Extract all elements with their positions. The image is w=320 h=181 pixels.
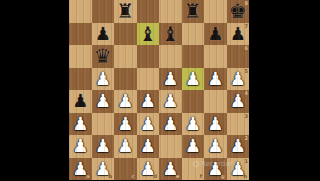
square-h1[interactable]: ♟1h — [227, 158, 250, 181]
square-e2[interactable] — [159, 135, 182, 158]
white-pawn-e3[interactable]: ♟ — [159, 113, 182, 136]
square-h2[interactable]: ♟2 — [227, 135, 250, 158]
square-g1[interactable]: ♟g — [204, 158, 227, 181]
square-d1[interactable]: ♟d — [137, 158, 160, 181]
square-g4[interactable] — [204, 90, 227, 113]
square-a4[interactable]: ♟ — [69, 90, 92, 113]
square-a7[interactable] — [69, 23, 92, 46]
white-pawn-a2[interactable]: ♟ — [69, 135, 92, 158]
white-pawn-d3[interactable]: ♟ — [137, 113, 160, 136]
white-pawn-c4[interactable]: ♟ — [114, 90, 137, 113]
square-b6[interactable]: ♛ — [92, 45, 115, 68]
square-e4[interactable]: ♟ — [159, 90, 182, 113]
square-f7[interactable] — [182, 23, 205, 46]
white-pawn-f5[interactable]: ♟ — [182, 68, 205, 91]
black-queen-b6[interactable]: ♛ — [92, 45, 115, 68]
white-pawn-b2[interactable]: ♟ — [92, 135, 115, 158]
square-c5[interactable] — [114, 68, 137, 91]
square-e1[interactable]: ♟e — [159, 158, 182, 181]
square-a3[interactable]: ♟ — [69, 113, 92, 136]
square-e7[interactable]: ♝ — [159, 23, 182, 46]
square-d6[interactable] — [137, 45, 160, 68]
square-h6[interactable]: 6 — [227, 45, 250, 68]
square-c7[interactable] — [114, 23, 137, 46]
square-g8[interactable] — [204, 0, 227, 23]
square-d3[interactable]: ♟ — [137, 113, 160, 136]
square-d2[interactable]: ♟ — [137, 135, 160, 158]
white-pawn-g1[interactable]: ♟ — [204, 158, 227, 181]
white-pawn-f2[interactable]: ♟ — [182, 135, 205, 158]
black-pawn-h7[interactable]: ♟ — [227, 23, 250, 46]
square-a6[interactable] — [69, 45, 92, 68]
square-b4[interactable]: ♟ — [92, 90, 115, 113]
square-b2[interactable]: ♟ — [92, 135, 115, 158]
square-c8[interactable]: ♜ — [114, 0, 137, 23]
square-f1[interactable]: f — [182, 158, 205, 181]
square-c6[interactable] — [114, 45, 137, 68]
file-label-c: c — [132, 174, 135, 179]
white-pawn-e4[interactable]: ♟ — [159, 90, 182, 113]
chess-board: ♜♜♚8♟♝♝♟♟7♛6♟♟♟♟♟5♟♟♟♟♟♟4♟♟♟♟♟♟3♟♟♟♟♟♟♟2… — [69, 0, 249, 180]
square-d4[interactable]: ♟ — [137, 90, 160, 113]
white-pawn-f3[interactable]: ♟ — [182, 113, 205, 136]
white-pawn-h2[interactable]: ♟ — [227, 135, 250, 158]
black-pawn-a4[interactable]: ♟ — [69, 90, 92, 113]
file-label-f: f — [200, 174, 202, 179]
left-black-bar — [0, 0, 69, 180]
white-pawn-b4[interactable]: ♟ — [92, 90, 115, 113]
white-pawn-h5[interactable]: ♟ — [227, 68, 250, 91]
white-pawn-g5[interactable]: ♟ — [204, 68, 227, 91]
square-c4[interactable]: ♟ — [114, 90, 137, 113]
black-bishop-e7[interactable]: ♝ — [159, 23, 182, 46]
black-pawn-b7[interactable]: ♟ — [92, 23, 115, 46]
square-g7[interactable]: ♟ — [204, 23, 227, 46]
video-frame: ♜♜♚8♟♝♝♟♟7♛6♟♟♟♟♟5♟♟♟♟♟♟4♟♟♟♟♟♟3♟♟♟♟♟♟♟2… — [0, 0, 320, 180]
square-h3[interactable]: 3 — [227, 113, 250, 136]
square-g5[interactable]: ♟ — [204, 68, 227, 91]
square-a1[interactable]: ♟a — [69, 158, 92, 181]
white-pawn-g3[interactable]: ♟ — [204, 113, 227, 136]
black-rook-c8[interactable]: ♜ — [114, 0, 137, 23]
white-pawn-h1[interactable]: ♟ — [227, 158, 250, 181]
square-c2[interactable]: ♟ — [114, 135, 137, 158]
square-f4[interactable] — [182, 90, 205, 113]
square-d5[interactable] — [137, 68, 160, 91]
white-pawn-e1[interactable]: ♟ — [159, 158, 182, 181]
square-b3[interactable] — [92, 113, 115, 136]
square-b5[interactable]: ♟ — [92, 68, 115, 91]
square-e5[interactable]: ♟ — [159, 68, 182, 91]
square-a2[interactable]: ♟ — [69, 135, 92, 158]
square-b7[interactable]: ♟ — [92, 23, 115, 46]
white-pawn-b5[interactable]: ♟ — [92, 68, 115, 91]
square-b1[interactable]: ♟b — [92, 158, 115, 181]
white-pawn-a1[interactable]: ♟ — [69, 158, 92, 181]
square-d8[interactable] — [137, 0, 160, 23]
square-d7[interactable]: ♝ — [137, 23, 160, 46]
black-pawn-g7[interactable]: ♟ — [204, 23, 227, 46]
white-pawn-b1[interactable]: ♟ — [92, 158, 115, 181]
square-h7[interactable]: ♟7 — [227, 23, 250, 46]
square-g3[interactable]: ♟ — [204, 113, 227, 136]
square-a5[interactable] — [69, 68, 92, 91]
white-pawn-d1[interactable]: ♟ — [137, 158, 160, 181]
square-b8[interactable] — [92, 0, 115, 23]
square-f6[interactable] — [182, 45, 205, 68]
white-pawn-e5[interactable]: ♟ — [159, 68, 182, 91]
black-bishop-d7[interactable]: ♝ — [137, 23, 160, 46]
square-e8[interactable] — [159, 0, 182, 23]
black-king-h8[interactable]: ♚ — [227, 0, 250, 23]
white-pawn-d4[interactable]: ♟ — [137, 90, 160, 113]
square-f2[interactable]: ♟ — [182, 135, 205, 158]
white-pawn-c3[interactable]: ♟ — [114, 113, 137, 136]
square-h4[interactable]: ♟4 — [227, 90, 250, 113]
rank-label-6: 6 — [245, 46, 248, 51]
square-c1[interactable]: c — [114, 158, 137, 181]
rank-label-3: 3 — [245, 114, 248, 119]
white-pawn-c2[interactable]: ♟ — [114, 135, 137, 158]
black-rook-f8[interactable]: ♜ — [182, 0, 205, 23]
white-pawn-a3[interactable]: ♟ — [69, 113, 92, 136]
white-pawn-g2[interactable]: ♟ — [204, 135, 227, 158]
square-h5[interactable]: ♟5 — [227, 68, 250, 91]
right-black-bar — [249, 0, 320, 180]
square-g2[interactable]: ♟ — [204, 135, 227, 158]
square-e6[interactable] — [159, 45, 182, 68]
square-g6[interactable] — [204, 45, 227, 68]
square-f3[interactable]: ♟ — [182, 113, 205, 136]
square-a8[interactable] — [69, 0, 92, 23]
square-h8[interactable]: ♚8 — [227, 0, 250, 23]
square-f8[interactable]: ♜ — [182, 0, 205, 23]
white-pawn-d2[interactable]: ♟ — [137, 135, 160, 158]
white-pawn-h4[interactable]: ♟ — [227, 90, 250, 113]
square-f5[interactable]: ♟ — [182, 68, 205, 91]
square-c3[interactable]: ♟ — [114, 113, 137, 136]
square-e3[interactable]: ♟ — [159, 113, 182, 136]
